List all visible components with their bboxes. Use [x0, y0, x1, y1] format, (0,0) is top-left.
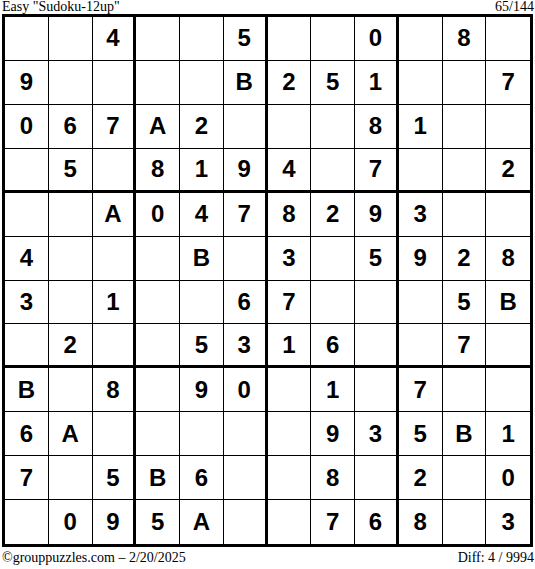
cell-r8c4-empty[interactable] [136, 324, 180, 368]
cell-r9c6-given: 0 [224, 368, 268, 412]
cell-r7c1-given: 3 [5, 281, 49, 325]
cell-r10c11-given: B [443, 412, 487, 456]
cell-r1c12-empty[interactable] [486, 17, 530, 61]
footer: ©grouppuzzles.com – 2/20/2025 Diff: 4 / … [2, 550, 534, 566]
header: Easy "Sudoku-12up" 65/144 [2, 0, 534, 14]
cell-r8c2-given: 2 [49, 324, 93, 368]
cell-r1c6-given: 5 [224, 17, 268, 61]
cell-r4c4-given: 8 [136, 149, 180, 193]
cell-r12c7-empty[interactable] [268, 500, 312, 544]
cell-r9c1-given: B [5, 368, 49, 412]
cell-r11c11-empty[interactable] [443, 456, 487, 500]
cell-r8c1-empty[interactable] [5, 324, 49, 368]
cell-r3c12-empty[interactable] [486, 105, 530, 149]
cell-r12c9-given: 6 [355, 500, 399, 544]
cell-r3c7-empty[interactable] [268, 105, 312, 149]
cell-r3c11-empty[interactable] [443, 105, 487, 149]
cell-r10c1-given: 6 [5, 412, 49, 456]
cell-r11c9-empty[interactable] [355, 456, 399, 500]
cell-r12c4-given: 5 [136, 500, 180, 544]
cell-r5c1-empty[interactable] [5, 193, 49, 237]
cell-r3c6-empty[interactable] [224, 105, 268, 149]
cell-r3c8-empty[interactable] [311, 105, 355, 149]
cell-r11c6-empty[interactable] [224, 456, 268, 500]
cell-r11c3-given: 5 [93, 456, 137, 500]
cell-r4c7-given: 4 [268, 149, 312, 193]
cell-r2c4-empty[interactable] [136, 61, 180, 105]
cell-r7c5-empty[interactable] [180, 281, 224, 325]
cell-r12c5-given: A [180, 500, 224, 544]
cell-r11c1-given: 7 [5, 456, 49, 500]
cell-r6c6-empty[interactable] [224, 237, 268, 281]
cell-r3c9-given: 8 [355, 105, 399, 149]
cell-r11c2-empty[interactable] [49, 456, 93, 500]
cell-r4c10-empty[interactable] [399, 149, 443, 193]
copyright-text: ©grouppuzzles.com – 2/20/2025 [2, 550, 186, 566]
cell-r11c4-given: B [136, 456, 180, 500]
cell-r2c11-empty[interactable] [443, 61, 487, 105]
cell-r5c2-empty[interactable] [49, 193, 93, 237]
cell-r4c5-given: 1 [180, 149, 224, 193]
cell-r9c12-empty[interactable] [486, 368, 530, 412]
cell-r12c8-given: 7 [311, 500, 355, 544]
cell-r3c3-given: 7 [93, 105, 137, 149]
cell-r12c3-given: 9 [93, 500, 137, 544]
cell-r7c11-given: 5 [443, 281, 487, 325]
cell-r3c10-given: 1 [399, 105, 443, 149]
cell-r6c12-given: 8 [486, 237, 530, 281]
cell-r3c1-given: 0 [5, 105, 49, 149]
cell-r10c3-empty[interactable] [93, 412, 137, 456]
cell-r10c4-empty[interactable] [136, 412, 180, 456]
cell-r7c9-empty[interactable] [355, 281, 399, 325]
cell-r7c3-given: 1 [93, 281, 137, 325]
cell-r2c8-given: 5 [311, 61, 355, 105]
cell-r7c2-empty[interactable] [49, 281, 93, 325]
cell-r7c6-given: 6 [224, 281, 268, 325]
cell-r5c8-given: 2 [311, 193, 355, 237]
cell-r9c7-empty[interactable] [268, 368, 312, 412]
cell-r3c4-given: A [136, 105, 180, 149]
cell-r2c7-given: 2 [268, 61, 312, 105]
cell-r10c8-given: 9 [311, 412, 355, 456]
cell-r12c2-given: 0 [49, 500, 93, 544]
cell-r2c6-given: B [224, 61, 268, 105]
cell-r9c11-empty[interactable] [443, 368, 487, 412]
cell-r5c6-given: 7 [224, 193, 268, 237]
cell-r10c12-given: 1 [486, 412, 530, 456]
cell-r2c9-given: 1 [355, 61, 399, 105]
cell-r4c9-given: 7 [355, 149, 399, 193]
cell-r8c12-empty[interactable] [486, 324, 530, 368]
cell-r11c5-given: 6 [180, 456, 224, 500]
cell-r11c7-empty[interactable] [268, 456, 312, 500]
sudoku-grid: 45089B2517067A2815819472A04782934B359283… [2, 14, 533, 547]
cell-r5c11-empty[interactable] [443, 193, 487, 237]
cell-r1c9-given: 0 [355, 17, 399, 61]
cell-r12c6-empty[interactable] [224, 500, 268, 544]
cell-r10c2-given: A [49, 412, 93, 456]
cell-r5c4-given: 0 [136, 193, 180, 237]
cell-r5c3-given: A [93, 193, 137, 237]
cell-r2c3-empty[interactable] [93, 61, 137, 105]
cell-r9c5-given: 9 [180, 368, 224, 412]
cell-r6c10-given: 9 [399, 237, 443, 281]
cell-r6c4-empty[interactable] [136, 237, 180, 281]
cell-r6c2-empty[interactable] [49, 237, 93, 281]
cell-r9c2-empty[interactable] [49, 368, 93, 412]
cell-r1c10-empty[interactable] [399, 17, 443, 61]
cell-r1c4-empty[interactable] [136, 17, 180, 61]
cell-r2c1-given: 9 [5, 61, 49, 105]
cell-r7c10-empty[interactable] [399, 281, 443, 325]
cell-r1c8-empty[interactable] [311, 17, 355, 61]
cell-r8c3-empty[interactable] [93, 324, 137, 368]
cell-r6c1-given: 4 [5, 237, 49, 281]
cell-r1c5-empty[interactable] [180, 17, 224, 61]
cell-r1c2-empty[interactable] [49, 17, 93, 61]
cell-counter: 65/144 [495, 0, 534, 14]
cell-r6c3-empty[interactable] [93, 237, 137, 281]
cell-r3c2-given: 6 [49, 105, 93, 149]
cell-r6c8-empty[interactable] [311, 237, 355, 281]
cell-r5c7-given: 8 [268, 193, 312, 237]
cell-r7c7-given: 7 [268, 281, 312, 325]
cell-r8c10-empty[interactable] [399, 324, 443, 368]
cell-r6c9-given: 5 [355, 237, 399, 281]
cell-r9c8-given: 1 [311, 368, 355, 412]
cell-r10c9-given: 3 [355, 412, 399, 456]
cell-r1c7-empty[interactable] [268, 17, 312, 61]
cell-r10c6-empty[interactable] [224, 412, 268, 456]
cell-r2c2-empty[interactable] [49, 61, 93, 105]
cell-r12c10-given: 8 [399, 500, 443, 544]
cell-r11c12-given: 0 [486, 456, 530, 500]
cell-r4c1-empty[interactable] [5, 149, 49, 193]
cell-r9c9-empty[interactable] [355, 368, 399, 412]
cell-r4c2-given: 5 [49, 149, 93, 193]
cell-r7c4-empty[interactable] [136, 281, 180, 325]
cell-r8c11-given: 7 [443, 324, 487, 368]
cell-r5c10-given: 3 [399, 193, 443, 237]
cell-r3c5-given: 2 [180, 105, 224, 149]
cell-r7c12-given: B [486, 281, 530, 325]
cell-r4c11-empty[interactable] [443, 149, 487, 193]
cell-r4c3-empty[interactable] [93, 149, 137, 193]
cell-r9c10-given: 7 [399, 368, 443, 412]
cell-r4c8-empty[interactable] [311, 149, 355, 193]
cell-r12c1-empty[interactable] [5, 500, 49, 544]
cell-r9c3-given: 8 [93, 368, 137, 412]
cell-r7c8-empty[interactable] [311, 281, 355, 325]
cell-r5c5-given: 4 [180, 193, 224, 237]
cell-r8c7-given: 1 [268, 324, 312, 368]
cell-r5c12-empty[interactable] [486, 193, 530, 237]
cell-r10c7-empty[interactable] [268, 412, 312, 456]
cell-r12c12-given: 3 [486, 500, 530, 544]
cell-r2c5-empty[interactable] [180, 61, 224, 105]
cell-r6c11-given: 2 [443, 237, 487, 281]
difficulty-text: Diff: 4 / 9994 [458, 550, 534, 566]
cell-r4c12-given: 2 [486, 149, 530, 193]
cell-r5c9-given: 9 [355, 193, 399, 237]
cell-r4c6-given: 9 [224, 149, 268, 193]
cell-r8c9-empty[interactable] [355, 324, 399, 368]
cell-r1c1-empty[interactable] [5, 17, 49, 61]
cell-r10c10-given: 5 [399, 412, 443, 456]
cell-r2c12-given: 7 [486, 61, 530, 105]
cell-r1c11-given: 8 [443, 17, 487, 61]
cell-r11c8-given: 8 [311, 456, 355, 500]
cell-r8c6-given: 3 [224, 324, 268, 368]
cell-r11c10-given: 2 [399, 456, 443, 500]
cell-r2c10-empty[interactable] [399, 61, 443, 105]
cell-r12c11-empty[interactable] [443, 500, 487, 544]
cell-r8c5-given: 5 [180, 324, 224, 368]
cell-r10c5-empty[interactable] [180, 412, 224, 456]
cell-r6c5-given: B [180, 237, 224, 281]
cell-r6c7-given: 3 [268, 237, 312, 281]
puzzle-title: Easy "Sudoku-12up" [2, 0, 120, 14]
cell-r9c4-empty[interactable] [136, 368, 180, 412]
cell-r1c3-given: 4 [93, 17, 137, 61]
cell-r8c8-given: 6 [311, 324, 355, 368]
